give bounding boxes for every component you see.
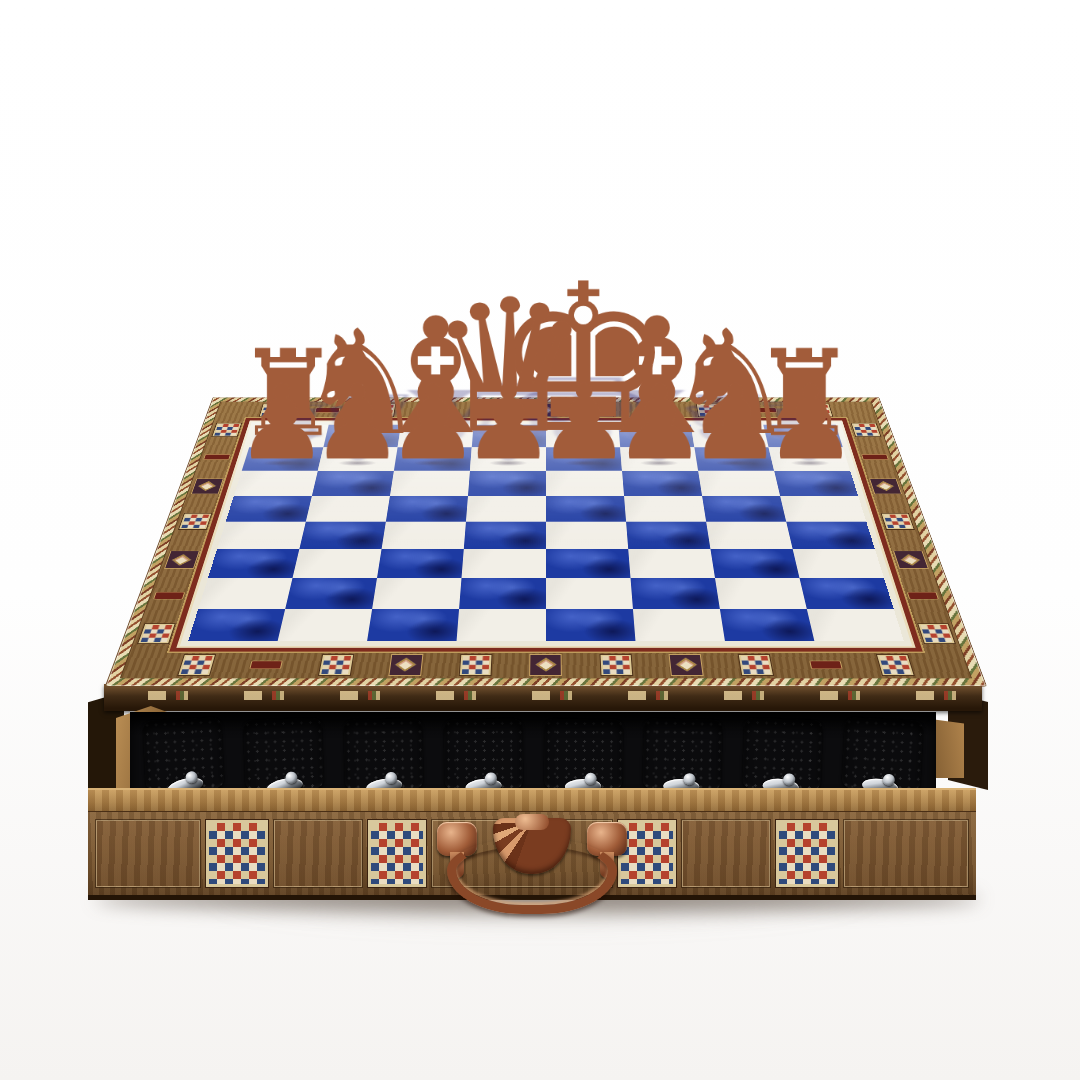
square-e2[interactable] xyxy=(546,578,633,609)
inlay-bar-motif xyxy=(907,592,939,600)
square-c5[interactable] xyxy=(386,496,468,522)
mosaic-square-motif xyxy=(877,654,914,674)
square-b6[interactable] xyxy=(312,471,394,496)
inlay-bar-motif xyxy=(315,407,341,412)
square-d5[interactable] xyxy=(466,496,546,522)
square-g5[interactable] xyxy=(702,496,786,522)
square-g6[interactable] xyxy=(698,471,780,496)
square-h7[interactable]: ♟♟ xyxy=(769,447,851,471)
corner-mark xyxy=(884,631,919,650)
square-a5[interactable] xyxy=(226,496,312,522)
square-f1[interactable] xyxy=(633,609,725,642)
drawer-compartment xyxy=(142,717,224,792)
square-d7[interactable]: ♟♟ xyxy=(470,447,546,471)
drawer-front-mosaic-panel xyxy=(776,820,838,887)
square-e5[interactable] xyxy=(546,496,626,522)
square-a4[interactable] xyxy=(217,522,306,550)
square-c7[interactable]: ♟♟ xyxy=(394,447,472,471)
diamond-medallion-motif xyxy=(869,478,902,494)
drawer-front-wood-panel xyxy=(844,820,968,887)
mosaic-square-motif xyxy=(739,654,773,674)
square-e4[interactable] xyxy=(546,522,628,550)
diamond-medallion-motif xyxy=(642,403,669,416)
diamond-medallion-motif xyxy=(893,551,929,569)
square-b4[interactable] xyxy=(299,522,386,550)
square-a6[interactable] xyxy=(234,471,318,496)
diamond-medallion-motif xyxy=(669,654,704,676)
drawer-front-mosaic-panel xyxy=(368,820,426,887)
drawer-front[interactable] xyxy=(88,812,976,900)
diamond-medallion-motif xyxy=(533,403,558,416)
diamond-medallion-motif xyxy=(423,403,450,416)
square-b1[interactable] xyxy=(278,609,373,642)
drawer-front-wood-panel xyxy=(682,820,770,887)
mosaic-square-motif xyxy=(460,654,492,674)
drawer-compartment xyxy=(443,719,522,791)
square-g7[interactable]: ♟♟ xyxy=(694,447,774,471)
square-h6[interactable] xyxy=(774,471,858,496)
mosaic-square-motif xyxy=(805,404,832,416)
square-e6[interactable] xyxy=(546,471,624,496)
mosaic-square-motif xyxy=(138,624,174,643)
corner-mark xyxy=(821,419,848,431)
square-f3[interactable] xyxy=(628,549,715,578)
square-a2[interactable] xyxy=(198,578,292,609)
square-g4[interactable] xyxy=(706,522,793,550)
mosaic-square-motif xyxy=(697,404,723,416)
mosaic-square-motif xyxy=(881,514,913,530)
drawer-felt-tray xyxy=(130,712,936,790)
square-h3[interactable] xyxy=(793,549,884,578)
corner-mark xyxy=(244,419,271,431)
drawer-compartment xyxy=(643,718,723,791)
mosaic-square-motif xyxy=(479,404,504,416)
drawer-compartment xyxy=(343,718,423,791)
square-c6[interactable] xyxy=(390,471,470,496)
mosaic-square-motif xyxy=(369,404,395,416)
square-h2[interactable] xyxy=(800,578,894,609)
square-g2[interactable] xyxy=(715,578,807,609)
square-f6[interactable] xyxy=(622,471,702,496)
square-e3[interactable] xyxy=(546,549,631,578)
square-c3[interactable] xyxy=(377,549,464,578)
inlay-bar-motif xyxy=(809,660,842,669)
drawer-top-rim xyxy=(88,788,976,814)
inlay-bar-motif xyxy=(861,454,889,460)
square-d1[interactable] xyxy=(457,609,546,642)
square-f5[interactable] xyxy=(624,496,706,522)
square-b3[interactable] xyxy=(292,549,381,578)
square-f7[interactable]: ♟♟ xyxy=(620,447,698,471)
mosaic-square-motif xyxy=(851,423,880,436)
diamond-medallion-motif xyxy=(191,478,224,494)
square-h4[interactable] xyxy=(786,522,875,550)
diamond-medallion-motif xyxy=(164,551,200,569)
inlay-bar-motif xyxy=(751,407,777,412)
square-h5[interactable] xyxy=(780,496,866,522)
drawer-compartment xyxy=(841,717,923,792)
square-c4[interactable] xyxy=(382,522,466,550)
square-f2[interactable] xyxy=(631,578,720,609)
square-d6[interactable] xyxy=(468,471,546,496)
drawer-front-wood-panel xyxy=(274,820,362,887)
square-b2[interactable] xyxy=(285,578,377,609)
mosaic-square-motif xyxy=(179,654,216,674)
drawer-handle[interactable] xyxy=(437,818,627,902)
square-d3[interactable] xyxy=(461,549,546,578)
drawer-compartment xyxy=(243,718,324,792)
square-a3[interactable] xyxy=(208,549,299,578)
chess-set-photo: ♜♜♞♞♝♝♛♛♚♚♝♝♞♞♜♜♟♟♟♟♟♟♟♟♟♟♟♟♟♟♟♟ xyxy=(0,0,1080,1080)
square-e7[interactable]: ♟♟ xyxy=(546,447,622,471)
drawer-front-mosaic-panel xyxy=(206,820,268,887)
drawer-compartment xyxy=(742,718,823,792)
chess-board-top: ♜♜♞♞♝♝♛♛♚♚♝♝♞♞♜♜♟♟♟♟♟♟♟♟♟♟♟♟♟♟♟♟ xyxy=(106,397,986,686)
mosaic-square-motif xyxy=(600,654,632,674)
square-g3[interactable] xyxy=(710,549,799,578)
board-court: ♜♜♞♞♝♝♛♛♚♚♝♝♞♞♜♜♟♟♟♟♟♟♟♟♟♟♟♟♟♟♟♟ xyxy=(169,418,922,651)
square-f4[interactable] xyxy=(626,522,710,550)
border-motif-strip xyxy=(259,402,833,418)
mosaic-square-motif xyxy=(588,404,613,416)
mosaic-square-motif xyxy=(319,654,353,674)
drawer-compartment xyxy=(543,719,622,791)
mosaic-square-motif xyxy=(212,423,241,436)
inlay-bar-motif xyxy=(250,660,283,669)
square-c2[interactable] xyxy=(372,578,461,609)
square-b5[interactable] xyxy=(306,496,390,522)
chess-grid: ♜♜♞♞♝♝♛♛♚♚♝♝♞♞♜♜♟♟♟♟♟♟♟♟♟♟♟♟♟♟♟♟ xyxy=(188,425,904,642)
square-e1[interactable] xyxy=(546,609,635,642)
diamond-medallion-motif xyxy=(530,654,563,676)
square-d4[interactable] xyxy=(464,522,546,550)
border-motif-strip xyxy=(178,652,915,678)
inlay-bar-motif xyxy=(153,592,185,600)
square-g1[interactable] xyxy=(720,609,815,642)
mosaic-square-motif xyxy=(260,404,287,416)
square-c1[interactable] xyxy=(367,609,459,642)
corner-mark xyxy=(173,631,208,650)
diamond-medallion-motif xyxy=(388,654,423,676)
drawer-front-wood-panel xyxy=(96,820,200,887)
mosaic-square-motif xyxy=(918,624,954,643)
square-b7[interactable]: ♟♟ xyxy=(318,447,398,471)
mosaic-square-motif xyxy=(179,514,211,530)
board-edge-inlay xyxy=(104,684,982,711)
square-d2[interactable] xyxy=(459,578,546,609)
inlay-bar-motif xyxy=(203,454,231,460)
